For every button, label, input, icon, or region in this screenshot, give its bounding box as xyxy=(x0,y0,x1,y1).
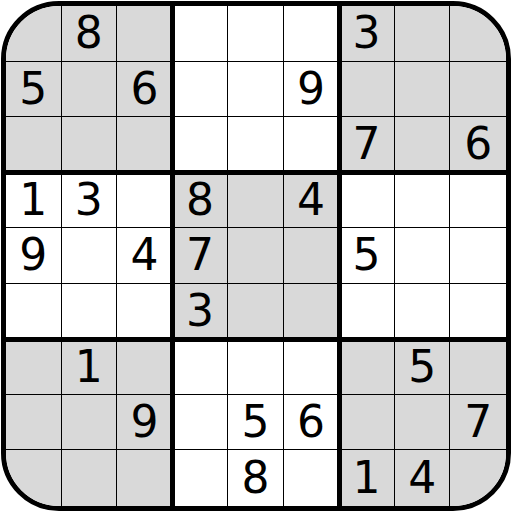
cell-r4c2[interactable]: 3 xyxy=(62,173,118,229)
cell-r2c8[interactable] xyxy=(395,62,451,118)
cell-r1c8[interactable] xyxy=(395,6,451,62)
cell-r3c8[interactable] xyxy=(395,117,451,173)
cell-r1c1[interactable] xyxy=(6,6,62,62)
cell-r1c3[interactable] xyxy=(117,6,173,62)
cell-r8c1[interactable] xyxy=(6,395,62,451)
cell-r5c7[interactable]: 5 xyxy=(339,228,395,284)
box-separator-vertical-1 xyxy=(170,6,175,506)
cell-r5c1[interactable]: 9 xyxy=(6,228,62,284)
cell-r7c8[interactable]: 5 xyxy=(395,339,451,395)
cell-r7c3[interactable] xyxy=(117,339,173,395)
cell-r3c4[interactable] xyxy=(173,117,229,173)
cell-r2c5[interactable] xyxy=(228,62,284,118)
cell-r5c8[interactable] xyxy=(395,228,451,284)
cell-r1c9[interactable] xyxy=(450,6,506,62)
cell-r8c3[interactable]: 9 xyxy=(117,395,173,451)
cell-r6c7[interactable] xyxy=(339,284,395,340)
cell-r2c9[interactable] xyxy=(450,62,506,118)
cell-r5c9[interactable] xyxy=(450,228,506,284)
cell-r1c2[interactable]: 8 xyxy=(62,6,118,62)
cell-r2c6[interactable]: 9 xyxy=(284,62,340,118)
cell-r3c9[interactable]: 6 xyxy=(450,117,506,173)
cell-r7c4[interactable] xyxy=(173,339,229,395)
cell-r6c1[interactable] xyxy=(6,284,62,340)
cell-r2c4[interactable] xyxy=(173,62,229,118)
cell-r8c8[interactable] xyxy=(395,395,451,451)
cell-r6c3[interactable] xyxy=(117,284,173,340)
cell-r4c8[interactable] xyxy=(395,173,451,229)
cell-r8c6[interactable]: 6 xyxy=(284,395,340,451)
cell-r4c4[interactable]: 8 xyxy=(173,173,229,229)
cell-r8c2[interactable] xyxy=(62,395,118,451)
cell-r2c2[interactable] xyxy=(62,62,118,118)
cell-r1c6[interactable] xyxy=(284,6,340,62)
cell-r2c1[interactable]: 5 xyxy=(6,62,62,118)
box-separator-horizontal-1 xyxy=(6,170,506,175)
cell-r8c9[interactable]: 7 xyxy=(450,395,506,451)
cell-r9c7[interactable]: 1 xyxy=(339,450,395,506)
cell-r8c5[interactable]: 5 xyxy=(228,395,284,451)
cell-r4c7[interactable] xyxy=(339,173,395,229)
cell-r7c5[interactable] xyxy=(228,339,284,395)
cell-r6c9[interactable] xyxy=(450,284,506,340)
cell-r8c4[interactable] xyxy=(173,395,229,451)
cell-r7c6[interactable] xyxy=(284,339,340,395)
cell-r3c3[interactable] xyxy=(117,117,173,173)
cell-r9c5[interactable]: 8 xyxy=(228,450,284,506)
cell-r1c5[interactable] xyxy=(228,6,284,62)
cell-r6c5[interactable] xyxy=(228,284,284,340)
cell-r3c7[interactable]: 7 xyxy=(339,117,395,173)
cell-r5c2[interactable] xyxy=(62,228,118,284)
sudoku-board: 8356976138494753159567814 xyxy=(1,1,511,511)
sudoku-grid: 8356976138494753159567814 xyxy=(6,6,506,506)
cell-r3c5[interactable] xyxy=(228,117,284,173)
cell-r7c1[interactable] xyxy=(6,339,62,395)
cell-r9c6[interactable] xyxy=(284,450,340,506)
cell-r7c9[interactable] xyxy=(450,339,506,395)
box-separator-horizontal-2 xyxy=(6,337,506,342)
cell-r6c8[interactable] xyxy=(395,284,451,340)
cell-r9c8[interactable]: 4 xyxy=(395,450,451,506)
cell-r5c5[interactable] xyxy=(228,228,284,284)
cell-r2c3[interactable]: 6 xyxy=(117,62,173,118)
cell-r9c1[interactable] xyxy=(6,450,62,506)
cell-r9c9[interactable] xyxy=(450,450,506,506)
cell-r3c2[interactable] xyxy=(62,117,118,173)
cell-r5c3[interactable]: 4 xyxy=(117,228,173,284)
cell-r7c2[interactable]: 1 xyxy=(62,339,118,395)
cell-r1c4[interactable] xyxy=(173,6,229,62)
cell-r1c7[interactable]: 3 xyxy=(339,6,395,62)
cell-r4c5[interactable] xyxy=(228,173,284,229)
cell-r6c4[interactable]: 3 xyxy=(173,284,229,340)
cell-r5c4[interactable]: 7 xyxy=(173,228,229,284)
cell-r4c9[interactable] xyxy=(450,173,506,229)
cell-r6c2[interactable] xyxy=(62,284,118,340)
cell-r4c1[interactable]: 1 xyxy=(6,173,62,229)
cell-r7c7[interactable] xyxy=(339,339,395,395)
box-separator-vertical-2 xyxy=(337,6,342,506)
cell-r3c1[interactable] xyxy=(6,117,62,173)
cell-r2c7[interactable] xyxy=(339,62,395,118)
cell-r6c6[interactable] xyxy=(284,284,340,340)
cell-r3c6[interactable] xyxy=(284,117,340,173)
cell-r9c2[interactable] xyxy=(62,450,118,506)
cell-r9c4[interactable] xyxy=(173,450,229,506)
cell-r4c3[interactable] xyxy=(117,173,173,229)
cell-r8c7[interactable] xyxy=(339,395,395,451)
sudoku-app: 8356976138494753159567814 xyxy=(0,0,512,512)
cell-r4c6[interactable]: 4 xyxy=(284,173,340,229)
cell-r5c6[interactable] xyxy=(284,228,340,284)
cell-r9c3[interactable] xyxy=(117,450,173,506)
